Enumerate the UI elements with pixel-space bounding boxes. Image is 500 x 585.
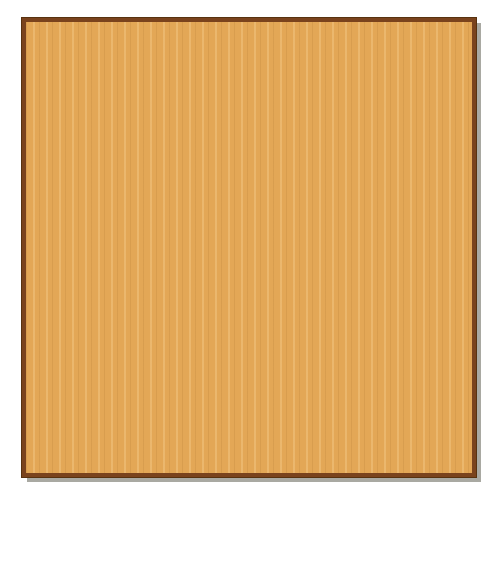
kifu-page [0,0,500,585]
board-grid-lines [26,22,472,473]
go-board[interactable] [22,18,476,477]
